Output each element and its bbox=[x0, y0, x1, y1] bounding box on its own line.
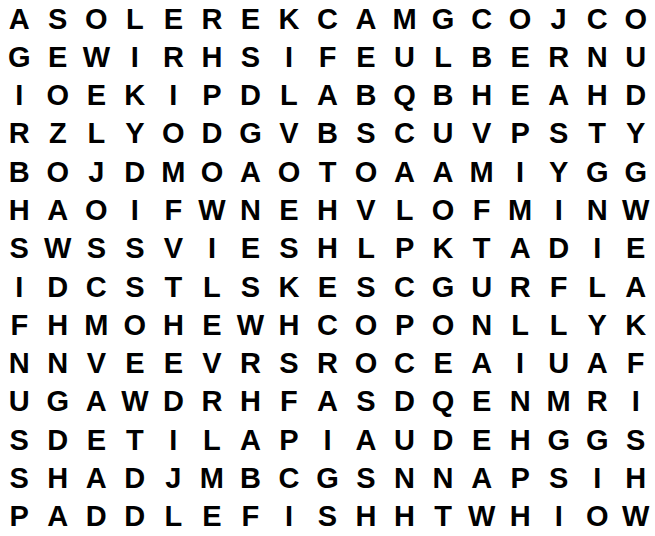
grid-cell-r1c12[interactable]: G bbox=[424, 0, 463, 38]
grid-cell-r6c12[interactable]: O bbox=[424, 191, 463, 229]
grid-cell-r10c16[interactable]: A bbox=[578, 345, 617, 383]
grid-cell-r12c12[interactable]: D bbox=[424, 421, 463, 459]
grid-cell-r8c6[interactable]: L bbox=[193, 268, 232, 306]
grid-cell-r1c14[interactable]: O bbox=[501, 0, 540, 38]
grid-cell-r10c12[interactable]: E bbox=[424, 345, 463, 383]
grid-cell-r7c16[interactable]: I bbox=[578, 230, 617, 268]
grid-cell-r13c4[interactable]: D bbox=[116, 459, 155, 497]
grid-cell-r8c9[interactable]: E bbox=[308, 268, 347, 306]
grid-cell-r2c4[interactable]: I bbox=[116, 38, 155, 76]
grid-cell-r10c6[interactable]: V bbox=[193, 345, 232, 383]
grid-cell-r8c1[interactable]: I bbox=[0, 268, 39, 306]
grid-cell-r5c7[interactable]: A bbox=[231, 153, 270, 191]
grid-cell-r14c2[interactable]: A bbox=[39, 498, 78, 536]
grid-cell-r12c7[interactable]: A bbox=[231, 421, 270, 459]
grid-cell-r6c17[interactable]: W bbox=[616, 191, 655, 229]
grid-cell-r12c10[interactable]: A bbox=[347, 421, 386, 459]
grid-cell-r3c14[interactable]: E bbox=[501, 77, 540, 115]
grid-cell-r14c4[interactable]: D bbox=[116, 498, 155, 536]
grid-cell-r12c14[interactable]: H bbox=[501, 421, 540, 459]
grid-cell-r7c8[interactable]: S bbox=[270, 230, 309, 268]
grid-cell-r8c8[interactable]: K bbox=[270, 268, 309, 306]
grid-cell-r7c2[interactable]: W bbox=[39, 230, 78, 268]
grid-cell-r6c8[interactable]: E bbox=[270, 191, 309, 229]
grid-cell-r11c6[interactable]: R bbox=[193, 383, 232, 421]
grid-cell-r12c4[interactable]: T bbox=[116, 421, 155, 459]
grid-cell-r5c6[interactable]: O bbox=[193, 153, 232, 191]
grid-cell-r9c4[interactable]: O bbox=[116, 306, 155, 344]
grid-cell-r1c3[interactable]: O bbox=[77, 0, 116, 38]
grid-cell-r8c15[interactable]: F bbox=[539, 268, 578, 306]
grid-cell-r4c13[interactable]: V bbox=[462, 115, 501, 153]
grid-cell-r1c4[interactable]: L bbox=[116, 0, 155, 38]
grid-cell-r5c8[interactable]: O bbox=[270, 153, 309, 191]
grid-cell-r12c11[interactable]: U bbox=[385, 421, 424, 459]
grid-cell-r13c10[interactable]: S bbox=[347, 459, 386, 497]
grid-cell-r9c11[interactable]: P bbox=[385, 306, 424, 344]
grid-cell-r7c4[interactable]: S bbox=[116, 230, 155, 268]
grid-cell-r7c13[interactable]: T bbox=[462, 230, 501, 268]
grid-cell-r10c9[interactable]: R bbox=[308, 345, 347, 383]
grid-cell-r11c7[interactable]: H bbox=[231, 383, 270, 421]
grid-cell-r2c2[interactable]: E bbox=[39, 38, 78, 76]
grid-cell-r1c10[interactable]: A bbox=[347, 0, 386, 38]
grid-cell-r2c7[interactable]: S bbox=[231, 38, 270, 76]
grid-cell-r9c17[interactable]: K bbox=[616, 306, 655, 344]
grid-cell-r13c15[interactable]: S bbox=[539, 459, 578, 497]
grid-cell-r12c1[interactable]: S bbox=[0, 421, 39, 459]
grid-cell-r10c15[interactable]: U bbox=[539, 345, 578, 383]
grid-cell-r12c6[interactable]: L bbox=[193, 421, 232, 459]
grid-cell-r5c3[interactable]: J bbox=[77, 153, 116, 191]
grid-cell-r12c15[interactable]: G bbox=[539, 421, 578, 459]
grid-cell-r13c17[interactable]: H bbox=[616, 459, 655, 497]
grid-cell-r6c5[interactable]: F bbox=[154, 191, 193, 229]
grid-cell-r3c2[interactable]: O bbox=[39, 77, 78, 115]
grid-cell-r7c15[interactable]: D bbox=[539, 230, 578, 268]
grid-cell-r7c10[interactable]: L bbox=[347, 230, 386, 268]
grid-cell-r7c6[interactable]: I bbox=[193, 230, 232, 268]
grid-cell-r2c10[interactable]: E bbox=[347, 38, 386, 76]
grid-cell-r9c13[interactable]: N bbox=[462, 306, 501, 344]
grid-cell-r2c5[interactable]: R bbox=[154, 38, 193, 76]
grid-cell-r13c16[interactable]: I bbox=[578, 459, 617, 497]
grid-cell-r14c9[interactable]: S bbox=[308, 498, 347, 536]
grid-cell-r12c3[interactable]: E bbox=[77, 421, 116, 459]
grid-cell-r14c1[interactable]: P bbox=[0, 498, 39, 536]
grid-cell-r10c5[interactable]: E bbox=[154, 345, 193, 383]
grid-cell-r9c12[interactable]: O bbox=[424, 306, 463, 344]
grid-cell-r13c9[interactable]: G bbox=[308, 459, 347, 497]
grid-cell-r5c10[interactable]: O bbox=[347, 153, 386, 191]
grid-cell-r4c2[interactable]: Z bbox=[39, 115, 78, 153]
grid-cell-r2c17[interactable]: U bbox=[616, 38, 655, 76]
grid-cell-r4c6[interactable]: D bbox=[193, 115, 232, 153]
grid-cell-r6c3[interactable]: O bbox=[77, 191, 116, 229]
grid-cell-r7c17[interactable]: E bbox=[616, 230, 655, 268]
grid-cell-r8c12[interactable]: G bbox=[424, 268, 463, 306]
grid-cell-r5c4[interactable]: D bbox=[116, 153, 155, 191]
grid-cell-r14c15[interactable]: I bbox=[539, 498, 578, 536]
grid-cell-r7c14[interactable]: A bbox=[501, 230, 540, 268]
grid-cell-r5c2[interactable]: O bbox=[39, 153, 78, 191]
grid-cell-r8c7[interactable]: S bbox=[231, 268, 270, 306]
grid-cell-r6c13[interactable]: F bbox=[462, 191, 501, 229]
grid-cell-r1c16[interactable]: C bbox=[578, 0, 617, 38]
grid-cell-r2c9[interactable]: F bbox=[308, 38, 347, 76]
grid-cell-r11c2[interactable]: G bbox=[39, 383, 78, 421]
grid-cell-r14c7[interactable]: F bbox=[231, 498, 270, 536]
grid-cell-r2c13[interactable]: B bbox=[462, 38, 501, 76]
grid-cell-r8c17[interactable]: A bbox=[616, 268, 655, 306]
grid-cell-r5c5[interactable]: M bbox=[154, 153, 193, 191]
grid-cell-r11c4[interactable]: W bbox=[116, 383, 155, 421]
grid-cell-r12c5[interactable]: I bbox=[154, 421, 193, 459]
grid-cell-r12c17[interactable]: S bbox=[616, 421, 655, 459]
grid-cell-r11c16[interactable]: R bbox=[578, 383, 617, 421]
grid-cell-r9c10[interactable]: O bbox=[347, 306, 386, 344]
grid-cell-r2c1[interactable]: G bbox=[0, 38, 39, 76]
grid-cell-r11c17[interactable]: I bbox=[616, 383, 655, 421]
grid-cell-r8c10[interactable]: S bbox=[347, 268, 386, 306]
grid-cell-r12c13[interactable]: E bbox=[462, 421, 501, 459]
grid-cell-r2c16[interactable]: N bbox=[578, 38, 617, 76]
grid-cell-r10c10[interactable]: O bbox=[347, 345, 386, 383]
grid-cell-r7c11[interactable]: P bbox=[385, 230, 424, 268]
grid-cell-r3c5[interactable]: I bbox=[154, 77, 193, 115]
grid-cell-r1c9[interactable]: C bbox=[308, 0, 347, 38]
grid-cell-r14c16[interactable]: O bbox=[578, 498, 617, 536]
grid-cell-r5c14[interactable]: I bbox=[501, 153, 540, 191]
grid-cell-r9c3[interactable]: M bbox=[77, 306, 116, 344]
grid-cell-r7c9[interactable]: H bbox=[308, 230, 347, 268]
grid-cell-r9c6[interactable]: E bbox=[193, 306, 232, 344]
grid-cell-r9c7[interactable]: W bbox=[231, 306, 270, 344]
grid-cell-r3c12[interactable]: B bbox=[424, 77, 463, 115]
grid-cell-r13c14[interactable]: P bbox=[501, 459, 540, 497]
grid-cell-r6c1[interactable]: H bbox=[0, 191, 39, 229]
grid-cell-r6c14[interactable]: M bbox=[501, 191, 540, 229]
grid-cell-r1c6[interactable]: R bbox=[193, 0, 232, 38]
grid-cell-r13c11[interactable]: N bbox=[385, 459, 424, 497]
grid-cell-r5c1[interactable]: B bbox=[0, 153, 39, 191]
grid-cell-r1c8[interactable]: K bbox=[270, 0, 309, 38]
grid-cell-r8c16[interactable]: L bbox=[578, 268, 617, 306]
grid-cell-r1c2[interactable]: S bbox=[39, 0, 78, 38]
grid-cell-r12c16[interactable]: G bbox=[578, 421, 617, 459]
grid-cell-r8c14[interactable]: R bbox=[501, 268, 540, 306]
grid-cell-r10c11[interactable]: C bbox=[385, 345, 424, 383]
grid-cell-r5c12[interactable]: A bbox=[424, 153, 463, 191]
grid-cell-r10c4[interactable]: E bbox=[116, 345, 155, 383]
grid-cell-r10c2[interactable]: N bbox=[39, 345, 78, 383]
grid-cell-r5c15[interactable]: Y bbox=[539, 153, 578, 191]
grid-cell-r9c15[interactable]: L bbox=[539, 306, 578, 344]
grid-cell-r3c15[interactable]: A bbox=[539, 77, 578, 115]
grid-cell-r12c9[interactable]: I bbox=[308, 421, 347, 459]
grid-cell-r13c6[interactable]: M bbox=[193, 459, 232, 497]
grid-cell-r6c16[interactable]: N bbox=[578, 191, 617, 229]
grid-cell-r13c2[interactable]: H bbox=[39, 459, 78, 497]
grid-cell-r2c15[interactable]: R bbox=[539, 38, 578, 76]
grid-cell-r9c5[interactable]: H bbox=[154, 306, 193, 344]
grid-cell-r1c11[interactable]: M bbox=[385, 0, 424, 38]
grid-cell-r14c17[interactable]: W bbox=[616, 498, 655, 536]
grid-cell-r9c9[interactable]: C bbox=[308, 306, 347, 344]
grid-cell-r3c6[interactable]: P bbox=[193, 77, 232, 115]
grid-cell-r1c1[interactable]: A bbox=[0, 0, 39, 38]
grid-cell-r14c11[interactable]: H bbox=[385, 498, 424, 536]
grid-cell-r11c5[interactable]: D bbox=[154, 383, 193, 421]
grid-cell-r11c12[interactable]: Q bbox=[424, 383, 463, 421]
grid-cell-r5c16[interactable]: G bbox=[578, 153, 617, 191]
grid-cell-r9c8[interactable]: H bbox=[270, 306, 309, 344]
grid-cell-r12c8[interactable]: P bbox=[270, 421, 309, 459]
grid-cell-r14c14[interactable]: H bbox=[501, 498, 540, 536]
grid-cell-r14c3[interactable]: D bbox=[77, 498, 116, 536]
grid-cell-r11c9[interactable]: A bbox=[308, 383, 347, 421]
grid-cell-r4c8[interactable]: V bbox=[270, 115, 309, 153]
word-search-grid: ASOLEREKCAMGCOJCOGEWIRHSIFEULBERNUIOEKIP… bbox=[0, 0, 655, 536]
grid-cell-r5c17[interactable]: G bbox=[616, 153, 655, 191]
grid-cell-r7c7[interactable]: E bbox=[231, 230, 270, 268]
grid-cell-r8c4[interactable]: S bbox=[116, 268, 155, 306]
grid-cell-r9c16[interactable]: Y bbox=[578, 306, 617, 344]
grid-cell-r4c15[interactable]: S bbox=[539, 115, 578, 153]
grid-cell-r3c11[interactable]: Q bbox=[385, 77, 424, 115]
grid-cell-r11c3[interactable]: A bbox=[77, 383, 116, 421]
grid-cell-r1c7[interactable]: E bbox=[231, 0, 270, 38]
grid-cell-r1c5[interactable]: E bbox=[154, 0, 193, 38]
grid-cell-r5c13[interactable]: M bbox=[462, 153, 501, 191]
grid-cell-r10c1[interactable]: N bbox=[0, 345, 39, 383]
grid-cell-r14c13[interactable]: W bbox=[462, 498, 501, 536]
grid-cell-r4c11[interactable]: C bbox=[385, 115, 424, 153]
grid-cell-r13c8[interactable]: C bbox=[270, 459, 309, 497]
grid-cell-r4c16[interactable]: T bbox=[578, 115, 617, 153]
grid-cell-r11c1[interactable]: U bbox=[0, 383, 39, 421]
grid-cell-r11c11[interactable]: D bbox=[385, 383, 424, 421]
grid-cell-r10c3[interactable]: V bbox=[77, 345, 116, 383]
grid-cell-r10c8[interactable]: S bbox=[270, 345, 309, 383]
grid-cell-r3c1[interactable]: I bbox=[0, 77, 39, 115]
grid-cell-r8c13[interactable]: U bbox=[462, 268, 501, 306]
grid-cell-r1c17[interactable]: O bbox=[616, 0, 655, 38]
grid-cell-r14c10[interactable]: H bbox=[347, 498, 386, 536]
grid-cell-r10c7[interactable]: R bbox=[231, 345, 270, 383]
grid-cell-r2c8[interactable]: I bbox=[270, 38, 309, 76]
grid-cell-r13c5[interactable]: J bbox=[154, 459, 193, 497]
grid-cell-r4c14[interactable]: P bbox=[501, 115, 540, 153]
grid-cell-r11c8[interactable]: F bbox=[270, 383, 309, 421]
grid-cell-r6c4[interactable]: I bbox=[116, 191, 155, 229]
grid-cell-r13c13[interactable]: A bbox=[462, 459, 501, 497]
grid-cell-r2c3[interactable]: W bbox=[77, 38, 116, 76]
grid-cell-r13c12[interactable]: N bbox=[424, 459, 463, 497]
grid-cell-r2c12[interactable]: L bbox=[424, 38, 463, 76]
grid-cell-r6c10[interactable]: V bbox=[347, 191, 386, 229]
grid-cell-r2c6[interactable]: H bbox=[193, 38, 232, 76]
grid-cell-r7c1[interactable]: S bbox=[0, 230, 39, 268]
grid-cell-r9c2[interactable]: H bbox=[39, 306, 78, 344]
grid-cell-r4c7[interactable]: G bbox=[231, 115, 270, 153]
grid-cell-r9c1[interactable]: F bbox=[0, 306, 39, 344]
grid-cell-r3c16[interactable]: H bbox=[578, 77, 617, 115]
grid-cell-r6c11[interactable]: L bbox=[385, 191, 424, 229]
grid-cell-r14c12[interactable]: T bbox=[424, 498, 463, 536]
grid-cell-r8c2[interactable]: D bbox=[39, 268, 78, 306]
grid-cell-r10c17[interactable]: F bbox=[616, 345, 655, 383]
grid-cell-r1c13[interactable]: C bbox=[462, 0, 501, 38]
grid-cell-r11c14[interactable]: N bbox=[501, 383, 540, 421]
grid-cell-r8c3[interactable]: C bbox=[77, 268, 116, 306]
grid-cell-r8c5[interactable]: T bbox=[154, 268, 193, 306]
grid-cell-r3c13[interactable]: H bbox=[462, 77, 501, 115]
grid-cell-r6c7[interactable]: N bbox=[231, 191, 270, 229]
grid-cell-r8c11[interactable]: C bbox=[385, 268, 424, 306]
grid-cell-r3c9[interactable]: A bbox=[308, 77, 347, 115]
grid-cell-r4c3[interactable]: L bbox=[77, 115, 116, 153]
grid-cell-r11c13[interactable]: E bbox=[462, 383, 501, 421]
grid-cell-r4c4[interactable]: Y bbox=[116, 115, 155, 153]
grid-cell-r4c9[interactable]: B bbox=[308, 115, 347, 153]
grid-cell-r9c14[interactable]: L bbox=[501, 306, 540, 344]
grid-cell-r3c7[interactable]: D bbox=[231, 77, 270, 115]
grid-cell-r10c13[interactable]: A bbox=[462, 345, 501, 383]
grid-cell-r6c2[interactable]: A bbox=[39, 191, 78, 229]
grid-cell-r13c1[interactable]: S bbox=[0, 459, 39, 497]
grid-cell-r3c3[interactable]: E bbox=[77, 77, 116, 115]
grid-cell-r12c2[interactable]: D bbox=[39, 421, 78, 459]
grid-cell-r4c5[interactable]: O bbox=[154, 115, 193, 153]
grid-cell-r11c15[interactable]: M bbox=[539, 383, 578, 421]
grid-cell-r13c7[interactable]: B bbox=[231, 459, 270, 497]
grid-cell-r13c3[interactable]: A bbox=[77, 459, 116, 497]
grid-cell-r2c14[interactable]: E bbox=[501, 38, 540, 76]
grid-cell-r4c1[interactable]: R bbox=[0, 115, 39, 153]
grid-cell-r6c6[interactable]: W bbox=[193, 191, 232, 229]
grid-cell-r5c9[interactable]: T bbox=[308, 153, 347, 191]
grid-cell-r14c6[interactable]: E bbox=[193, 498, 232, 536]
grid-cell-r1c15[interactable]: J bbox=[539, 0, 578, 38]
grid-cell-r6c9[interactable]: H bbox=[308, 191, 347, 229]
grid-cell-r7c3[interactable]: S bbox=[77, 230, 116, 268]
grid-cell-r14c8[interactable]: I bbox=[270, 498, 309, 536]
grid-cell-r3c4[interactable]: K bbox=[116, 77, 155, 115]
grid-cell-r6c15[interactable]: I bbox=[539, 191, 578, 229]
grid-cell-r4c10[interactable]: S bbox=[347, 115, 386, 153]
grid-cell-r10c14[interactable]: I bbox=[501, 345, 540, 383]
grid-cell-r2c11[interactable]: U bbox=[385, 38, 424, 76]
grid-cell-r14c5[interactable]: L bbox=[154, 498, 193, 536]
grid-cell-r3c10[interactable]: B bbox=[347, 77, 386, 115]
grid-cell-r7c12[interactable]: K bbox=[424, 230, 463, 268]
grid-cell-r4c12[interactable]: U bbox=[424, 115, 463, 153]
grid-cell-r7c5[interactable]: V bbox=[154, 230, 193, 268]
grid-cell-r11c10[interactable]: S bbox=[347, 383, 386, 421]
grid-cell-r3c17[interactable]: D bbox=[616, 77, 655, 115]
grid-cell-r3c8[interactable]: L bbox=[270, 77, 309, 115]
grid-cell-r4c17[interactable]: Y bbox=[616, 115, 655, 153]
grid-cell-r5c11[interactable]: A bbox=[385, 153, 424, 191]
